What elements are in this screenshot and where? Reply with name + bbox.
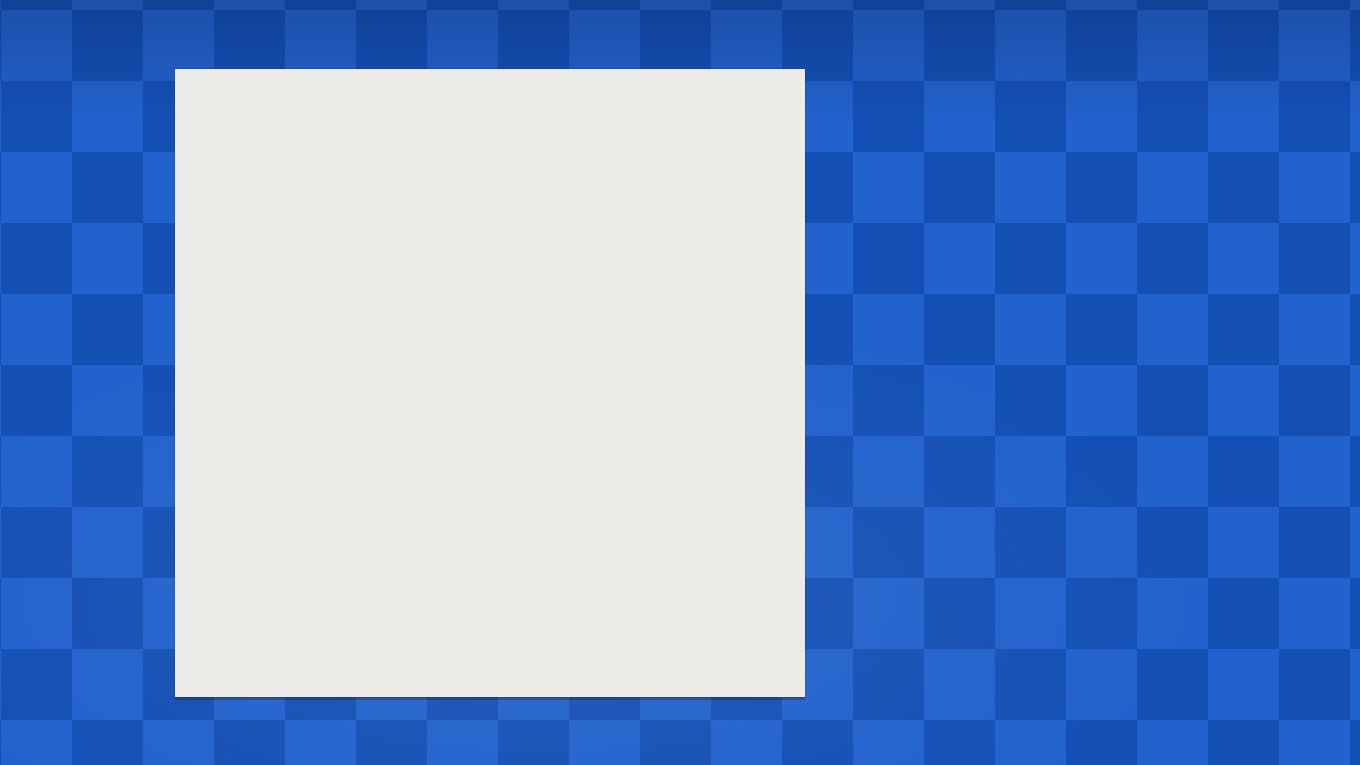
chess-app xyxy=(0,0,1360,765)
board-grid[interactable] xyxy=(181,75,799,691)
chess-board[interactable] xyxy=(175,69,805,697)
